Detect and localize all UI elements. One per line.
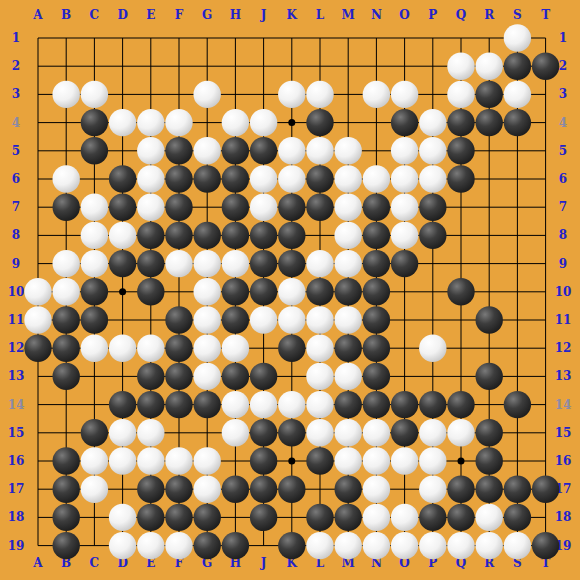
black-stone-N13[interactable] (363, 363, 390, 390)
black-stone-C4[interactable] (81, 109, 108, 136)
row-label-right: 5 (559, 144, 567, 158)
black-stone-G18[interactable] (194, 504, 221, 531)
row-label-left: 7 (12, 200, 20, 214)
white-stone-D15[interactable] (109, 419, 136, 446)
col-label-top: L (316, 8, 325, 22)
white-stone-C9[interactable] (81, 250, 108, 277)
white-stone-J11[interactable] (250, 306, 277, 333)
white-stone-O8[interactable] (391, 222, 418, 249)
black-stone-O4[interactable] (391, 109, 418, 136)
black-stone-S18[interactable] (504, 504, 531, 531)
white-stone-O18[interactable] (391, 504, 418, 531)
white-stone-S19[interactable] (504, 532, 531, 559)
black-stone-R13[interactable] (476, 363, 503, 390)
black-stone-K17[interactable] (278, 476, 305, 503)
black-stone-P14[interactable] (419, 391, 446, 418)
row-label-right: 10 (555, 285, 572, 299)
board-svg[interactable]: AABBCCDDEEFFGGHHJJKKLLMMNNOOPPQQRRSSTT11… (0, 0, 580, 580)
white-stone-M19[interactable] (335, 532, 362, 559)
col-label-top: M (342, 8, 355, 22)
black-stone-G14[interactable] (194, 391, 221, 418)
row-label-right: 6 (559, 172, 567, 186)
white-stone-L14[interactable] (306, 391, 333, 418)
black-stone-T2[interactable] (532, 52, 559, 79)
white-stone-C7[interactable] (81, 194, 108, 221)
white-stone-S1[interactable] (504, 24, 531, 51)
white-stone-M6[interactable] (335, 165, 362, 192)
white-stone-O3[interactable] (391, 81, 418, 108)
white-stone-Q15[interactable] (447, 419, 474, 446)
white-stone-E12[interactable] (137, 335, 164, 362)
white-stone-A10[interactable] (24, 278, 51, 305)
white-stone-L3[interactable] (306, 81, 333, 108)
row-label-right: 12 (555, 341, 572, 355)
goban-board[interactable]: AABBCCDDEEFFGGHHJJKKLLMMNNOOPPQQRRSSTT11… (0, 0, 580, 580)
white-stone-H9[interactable] (222, 250, 249, 277)
black-stone-F8[interactable] (165, 222, 192, 249)
black-stone-E17[interactable] (137, 476, 164, 503)
white-stone-L12[interactable] (306, 335, 333, 362)
black-stone-H5[interactable] (222, 137, 249, 164)
white-stone-K10[interactable] (278, 278, 305, 305)
black-stone-J17[interactable] (250, 476, 277, 503)
black-stone-Q5[interactable] (447, 137, 474, 164)
white-stone-O5[interactable] (391, 137, 418, 164)
black-stone-L6[interactable] (306, 165, 333, 192)
col-label-top: G (202, 8, 212, 22)
white-stone-E16[interactable] (137, 447, 164, 474)
black-stone-Q17[interactable] (447, 476, 474, 503)
row-label-left: 6 (12, 172, 20, 186)
black-stone-K19[interactable] (278, 532, 305, 559)
white-stone-N3[interactable] (363, 81, 390, 108)
white-stone-P19[interactable] (419, 532, 446, 559)
col-label-top: H (230, 8, 241, 22)
black-stone-J16[interactable] (250, 447, 277, 474)
black-stone-J9[interactable] (250, 250, 277, 277)
white-stone-C16[interactable] (81, 447, 108, 474)
col-label-top: D (117, 8, 127, 22)
black-stone-K12[interactable] (278, 335, 305, 362)
row-label-right: 1 (559, 31, 567, 45)
black-stone-H13[interactable] (222, 363, 249, 390)
white-stone-L9[interactable] (306, 250, 333, 277)
black-stone-Q18[interactable] (447, 504, 474, 531)
black-stone-J5[interactable] (250, 137, 277, 164)
white-stone-M7[interactable] (335, 194, 362, 221)
black-stone-P7[interactable] (419, 194, 446, 221)
black-stone-L4[interactable] (306, 109, 333, 136)
row-label-left: 5 (12, 144, 20, 158)
white-stone-R18[interactable] (476, 504, 503, 531)
black-stone-M12[interactable] (335, 335, 362, 362)
white-stone-C17[interactable] (81, 476, 108, 503)
black-stone-K15[interactable] (278, 419, 305, 446)
col-label-top: Q (456, 8, 466, 22)
black-stone-D6[interactable] (109, 165, 136, 192)
white-stone-E6[interactable] (137, 165, 164, 192)
white-stone-B10[interactable] (52, 278, 79, 305)
white-stone-M8[interactable] (335, 222, 362, 249)
black-stone-D9[interactable] (109, 250, 136, 277)
col-label-top: T (541, 8, 550, 22)
black-stone-B17[interactable] (52, 476, 79, 503)
black-stone-B19[interactable] (52, 532, 79, 559)
black-stone-T19[interactable] (532, 532, 559, 559)
white-stone-O16[interactable] (391, 447, 418, 474)
white-stone-K11[interactable] (278, 306, 305, 333)
black-stone-K7[interactable] (278, 194, 305, 221)
white-stone-Q2[interactable] (447, 52, 474, 79)
black-stone-E10[interactable] (137, 278, 164, 305)
row-label-left: 8 (12, 228, 20, 242)
white-stone-F16[interactable] (165, 447, 192, 474)
black-stone-N8[interactable] (363, 222, 390, 249)
row-label-left: 16 (8, 454, 25, 468)
col-label-top: E (146, 8, 155, 22)
row-label-right: 14 (555, 398, 572, 412)
white-stone-O6[interactable] (391, 165, 418, 192)
black-stone-H17[interactable] (222, 476, 249, 503)
black-stone-P18[interactable] (419, 504, 446, 531)
black-stone-Q4[interactable] (447, 109, 474, 136)
white-stone-J6[interactable] (250, 165, 277, 192)
black-stone-H8[interactable] (222, 222, 249, 249)
white-stone-D4[interactable] (109, 109, 136, 136)
white-stone-P16[interactable] (419, 447, 446, 474)
black-stone-E9[interactable] (137, 250, 164, 277)
black-stone-C11[interactable] (81, 306, 108, 333)
white-stone-G17[interactable] (194, 476, 221, 503)
black-stone-B13[interactable] (52, 363, 79, 390)
black-stone-F12[interactable] (165, 335, 192, 362)
black-stone-M18[interactable] (335, 504, 362, 531)
black-stone-O9[interactable] (391, 250, 418, 277)
row-label-right: 3 (559, 87, 567, 101)
black-stone-R11[interactable] (476, 306, 503, 333)
white-stone-G13[interactable] (194, 363, 221, 390)
white-stone-P5[interactable] (419, 137, 446, 164)
black-stone-B7[interactable] (52, 194, 79, 221)
row-label-left: 14 (8, 398, 25, 412)
white-stone-M16[interactable] (335, 447, 362, 474)
white-stone-H15[interactable] (222, 419, 249, 446)
row-label-right: 2 (559, 59, 567, 73)
black-stone-N12[interactable] (363, 335, 390, 362)
row-label-left: 3 (12, 87, 20, 101)
col-label-bottom: C (90, 556, 100, 570)
col-label-top: J (260, 8, 267, 22)
row-label-left: 1 (12, 31, 20, 45)
black-stone-B11[interactable] (52, 306, 79, 333)
white-stone-G11[interactable] (194, 306, 221, 333)
white-stone-N15[interactable] (363, 419, 390, 446)
black-stone-J10[interactable] (250, 278, 277, 305)
white-stone-M13[interactable] (335, 363, 362, 390)
white-stone-S3[interactable] (504, 81, 531, 108)
white-stone-F9[interactable] (165, 250, 192, 277)
col-label-top: B (61, 8, 71, 22)
white-stone-K6[interactable] (278, 165, 305, 192)
black-stone-H6[interactable] (222, 165, 249, 192)
white-stone-O7[interactable] (391, 194, 418, 221)
white-stone-N18[interactable] (363, 504, 390, 531)
white-stone-N6[interactable] (363, 165, 390, 192)
row-label-right: 9 (559, 257, 567, 271)
white-stone-M9[interactable] (335, 250, 362, 277)
black-stone-L7[interactable] (306, 194, 333, 221)
white-stone-K5[interactable] (278, 137, 305, 164)
black-stone-R17[interactable] (476, 476, 503, 503)
col-label-top: F (175, 8, 184, 22)
black-stone-N9[interactable] (363, 250, 390, 277)
col-label-top: C (90, 8, 100, 22)
black-stone-S4[interactable] (504, 109, 531, 136)
white-stone-G16[interactable] (194, 447, 221, 474)
white-stone-L13[interactable] (306, 363, 333, 390)
black-stone-T17[interactable] (532, 476, 559, 503)
black-stone-J13[interactable] (250, 363, 277, 390)
black-stone-E14[interactable] (137, 391, 164, 418)
white-stone-E4[interactable] (137, 109, 164, 136)
black-stone-B12[interactable] (52, 335, 79, 362)
white-stone-D8[interactable] (109, 222, 136, 249)
star-point-K16 (288, 458, 295, 465)
white-stone-J7[interactable] (250, 194, 277, 221)
black-stone-E13[interactable] (137, 363, 164, 390)
col-label-bottom: A (32, 556, 43, 570)
row-label-left: 15 (8, 426, 25, 440)
row-label-right: 16 (555, 454, 572, 468)
black-stone-D14[interactable] (109, 391, 136, 418)
white-stone-G10[interactable] (194, 278, 221, 305)
black-stone-P8[interactable] (419, 222, 446, 249)
row-label-left: 13 (8, 369, 25, 383)
row-label-left: 17 (8, 482, 25, 496)
black-stone-M17[interactable] (335, 476, 362, 503)
white-stone-H12[interactable] (222, 335, 249, 362)
black-stone-A12[interactable] (24, 335, 51, 362)
row-label-right: 15 (555, 426, 572, 440)
col-label-top: K (287, 8, 298, 22)
black-stone-K9[interactable] (278, 250, 305, 277)
col-label-top: O (399, 8, 409, 22)
white-stone-P17[interactable] (419, 476, 446, 503)
black-stone-R3[interactable] (476, 81, 503, 108)
white-stone-Q19[interactable] (447, 532, 474, 559)
white-stone-F19[interactable] (165, 532, 192, 559)
white-stone-J14[interactable] (250, 391, 277, 418)
white-stone-R2[interactable] (476, 52, 503, 79)
row-label-left: 10 (8, 285, 25, 299)
col-label-bottom: J (260, 556, 267, 570)
white-stone-C12[interactable] (81, 335, 108, 362)
black-stone-J15[interactable] (250, 419, 277, 446)
black-stone-K8[interactable] (278, 222, 305, 249)
white-stone-G9[interactable] (194, 250, 221, 277)
white-stone-F4[interactable] (165, 109, 192, 136)
white-stone-E19[interactable] (137, 532, 164, 559)
white-stone-Q3[interactable] (447, 81, 474, 108)
black-stone-B16[interactable] (52, 447, 79, 474)
row-label-left: 18 (8, 510, 25, 524)
row-label-right: 11 (555, 313, 572, 327)
black-stone-O15[interactable] (391, 419, 418, 446)
white-stone-L5[interactable] (306, 137, 333, 164)
white-stone-E7[interactable] (137, 194, 164, 221)
white-stone-K14[interactable] (278, 391, 305, 418)
row-label-left: 12 (8, 341, 25, 355)
black-stone-R16[interactable] (476, 447, 503, 474)
black-stone-L10[interactable] (306, 278, 333, 305)
row-label-left: 19 (8, 539, 25, 553)
col-label-top: P (428, 8, 437, 22)
black-stone-R15[interactable] (476, 419, 503, 446)
black-stone-E18[interactable] (137, 504, 164, 531)
white-stone-R19[interactable] (476, 532, 503, 559)
white-stone-G3[interactable] (194, 81, 221, 108)
white-stone-C8[interactable] (81, 222, 108, 249)
row-label-right: 18 (555, 510, 572, 524)
black-stone-J18[interactable] (250, 504, 277, 531)
black-stone-G19[interactable] (194, 532, 221, 559)
white-stone-P4[interactable] (419, 109, 446, 136)
black-stone-G6[interactable] (194, 165, 221, 192)
black-stone-N14[interactable] (363, 391, 390, 418)
white-stone-N16[interactable] (363, 447, 390, 474)
white-stone-L11[interactable] (306, 306, 333, 333)
row-label-right: 7 (559, 200, 567, 214)
black-stone-Q10[interactable] (447, 278, 474, 305)
row-label-left: 2 (12, 59, 20, 73)
black-stone-J8[interactable] (250, 222, 277, 249)
row-label-right: 8 (559, 228, 567, 242)
white-stone-P15[interactable] (419, 419, 446, 446)
white-stone-A11[interactable] (24, 306, 51, 333)
white-stone-B9[interactable] (52, 250, 79, 277)
black-stone-S14[interactable] (504, 391, 531, 418)
black-stone-E8[interactable] (137, 222, 164, 249)
black-stone-D7[interactable] (109, 194, 136, 221)
black-stone-S2[interactable] (504, 52, 531, 79)
row-label-left: 11 (8, 313, 25, 327)
white-stone-E15[interactable] (137, 419, 164, 446)
black-stone-G8[interactable] (194, 222, 221, 249)
black-stone-F11[interactable] (165, 306, 192, 333)
black-stone-N7[interactable] (363, 194, 390, 221)
black-stone-R4[interactable] (476, 109, 503, 136)
white-stone-P12[interactable] (419, 335, 446, 362)
star-point-Q16 (458, 458, 465, 465)
col-label-top: A (32, 8, 43, 22)
white-stone-D12[interactable] (109, 335, 136, 362)
black-stone-F18[interactable] (165, 504, 192, 531)
black-stone-F14[interactable] (165, 391, 192, 418)
white-stone-P6[interactable] (419, 165, 446, 192)
white-stone-H14[interactable] (222, 391, 249, 418)
white-stone-G12[interactable] (194, 335, 221, 362)
white-stone-M5[interactable] (335, 137, 362, 164)
black-stone-C15[interactable] (81, 419, 108, 446)
white-stone-G5[interactable] (194, 137, 221, 164)
white-stone-N19[interactable] (363, 532, 390, 559)
white-stone-L15[interactable] (306, 419, 333, 446)
black-stone-O14[interactable] (391, 391, 418, 418)
black-stone-Q14[interactable] (447, 391, 474, 418)
star-point-D10 (119, 288, 126, 295)
row-label-left: 4 (12, 116, 20, 130)
row-label-left: 9 (12, 257, 20, 271)
black-stone-L18[interactable] (306, 504, 333, 531)
row-label-right: 13 (555, 369, 572, 383)
black-stone-F17[interactable] (165, 476, 192, 503)
black-stone-H19[interactable] (222, 532, 249, 559)
black-stone-S17[interactable] (504, 476, 531, 503)
black-stone-L16[interactable] (306, 447, 333, 474)
star-point-K4 (288, 119, 295, 126)
col-label-top: N (371, 8, 382, 22)
white-stone-B3[interactable] (52, 81, 79, 108)
black-stone-H10[interactable] (222, 278, 249, 305)
white-stone-M11[interactable] (335, 306, 362, 333)
white-stone-C3[interactable] (81, 81, 108, 108)
black-stone-C10[interactable] (81, 278, 108, 305)
white-stone-E5[interactable] (137, 137, 164, 164)
white-stone-H4[interactable] (222, 109, 249, 136)
white-stone-B6[interactable] (52, 165, 79, 192)
white-stone-D18[interactable] (109, 504, 136, 531)
row-label-right: 4 (559, 116, 567, 130)
col-label-top: S (513, 8, 522, 22)
white-stone-K3[interactable] (278, 81, 305, 108)
black-stone-F13[interactable] (165, 363, 192, 390)
white-stone-M15[interactable] (335, 419, 362, 446)
black-stone-F7[interactable] (165, 194, 192, 221)
black-stone-M14[interactable] (335, 391, 362, 418)
black-stone-B18[interactable] (52, 504, 79, 531)
black-stone-N11[interactable] (363, 306, 390, 333)
black-stone-F5[interactable] (165, 137, 192, 164)
white-stone-L19[interactable] (306, 532, 333, 559)
white-stone-D19[interactable] (109, 532, 136, 559)
black-stone-F6[interactable] (165, 165, 192, 192)
white-stone-O19[interactable] (391, 532, 418, 559)
black-stone-Q6[interactable] (447, 165, 474, 192)
white-stone-N17[interactable] (363, 476, 390, 503)
white-stone-D16[interactable] (109, 447, 136, 474)
black-stone-C5[interactable] (81, 137, 108, 164)
black-stone-H11[interactable] (222, 306, 249, 333)
white-stone-J4[interactable] (250, 109, 277, 136)
col-label-top: R (484, 8, 495, 22)
black-stone-M10[interactable] (335, 278, 362, 305)
black-stone-N10[interactable] (363, 278, 390, 305)
black-stone-H7[interactable] (222, 194, 249, 221)
